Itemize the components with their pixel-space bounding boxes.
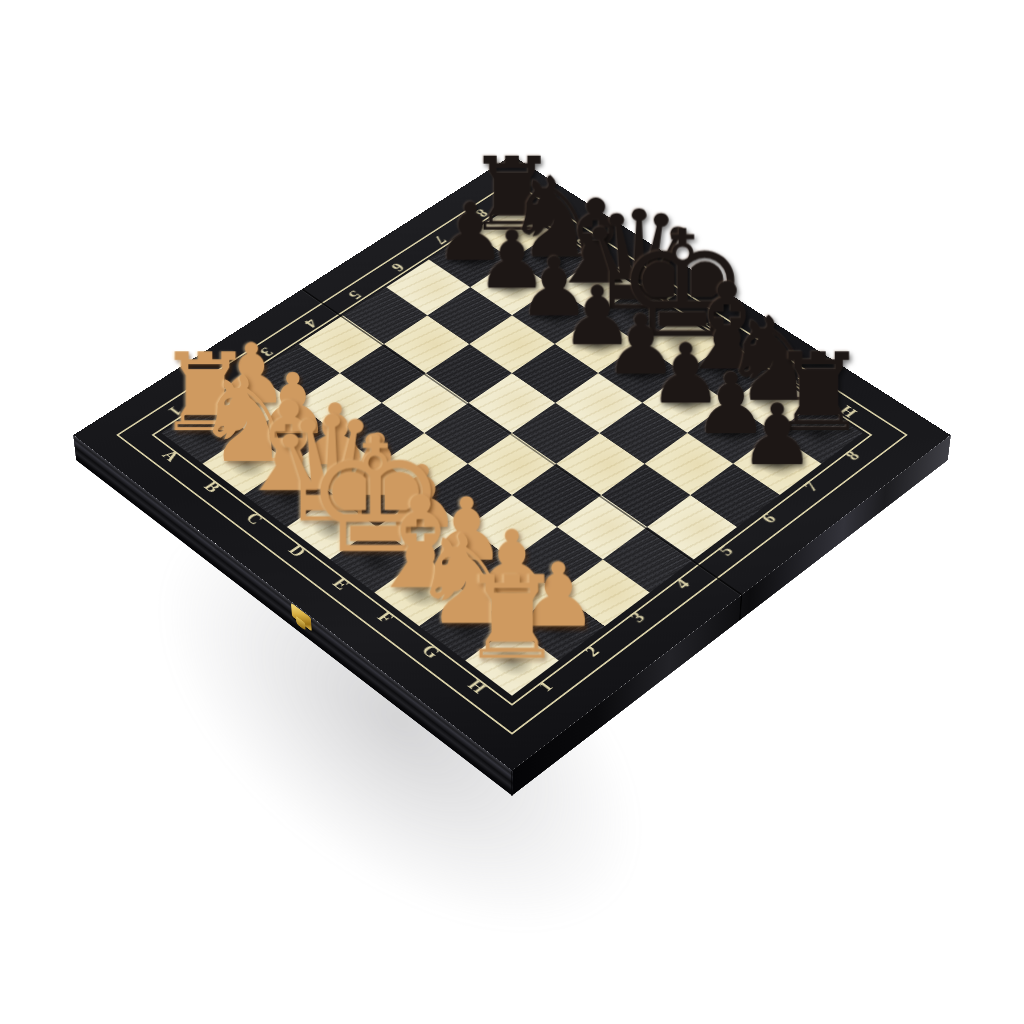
- product-photo-chess-set: ABCDEFGH8♜♞♝♛♚♝♞♜87♟♟♟♟♟♟♟♟7665544332♟♟♟…: [0, 0, 1024, 1024]
- rank-label-right-4-text: 4: [672, 576, 693, 591]
- rank-label-right-6-text: 6: [759, 511, 780, 526]
- rank-label-right-7-text: 7: [801, 479, 822, 493]
- rank-label-right-1-text: 1: [535, 678, 557, 694]
- file-label-bottom-h-text: H: [465, 676, 491, 695]
- fold-seam-side-notch: [739, 594, 742, 621]
- piece-glyph: ♜: [427, 564, 598, 673]
- rank-label-left-4-text: 4: [302, 317, 321, 330]
- rank-label-left-6-text: 6: [389, 261, 408, 274]
- rank-label-right-5-text: 5: [716, 543, 737, 558]
- rank-label-left-5-text: 5: [346, 289, 365, 302]
